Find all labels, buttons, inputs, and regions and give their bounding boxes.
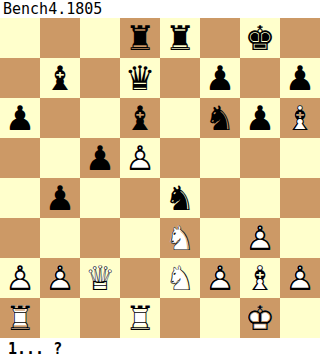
square-g4[interactable] [240,178,280,218]
square-g8[interactable]: ♚ [240,18,280,58]
white-knight[interactable]: ♘ [160,258,200,298]
square-b7[interactable]: ♝ [40,58,80,98]
square-b2[interactable]: ♟♙ [40,258,80,298]
square-d4[interactable] [120,178,160,218]
square-a8[interactable] [0,18,40,58]
square-a4[interactable] [0,178,40,218]
white-pawn[interactable]: ♙ [120,138,160,178]
square-h5[interactable] [280,138,320,178]
white-rook[interactable]: ♖ [0,298,40,338]
square-a3[interactable] [0,218,40,258]
white-bishop[interactable]: ♗ [240,258,280,298]
white-knight[interactable]: ♘ [160,218,200,258]
square-h7[interactable]: ♟ [280,58,320,98]
square-d1[interactable]: ♜♖ [120,298,160,338]
square-b3[interactable] [40,218,80,258]
square-c4[interactable] [80,178,120,218]
square-d3[interactable] [120,218,160,258]
white-pawn[interactable]: ♙ [280,258,320,298]
black-pawn[interactable]: ♟ [80,138,120,178]
square-h3[interactable] [280,218,320,258]
square-h1[interactable] [280,298,320,338]
position-title: Bench4.1805 [0,0,320,18]
square-f4[interactable] [200,178,240,218]
black-king[interactable]: ♚ [240,18,280,58]
square-e5[interactable] [160,138,200,178]
white-queen[interactable]: ♕ [80,258,120,298]
square-h8[interactable] [280,18,320,58]
square-f7[interactable]: ♟ [200,58,240,98]
white-pawn[interactable]: ♙ [240,218,280,258]
square-c8[interactable] [80,18,120,58]
square-c7[interactable] [80,58,120,98]
square-b6[interactable] [40,98,80,138]
black-bishop[interactable]: ♝ [40,58,80,98]
black-knight[interactable]: ♞ [200,98,240,138]
black-pawn[interactable]: ♟ [40,178,80,218]
square-d7[interactable]: ♛ [120,58,160,98]
square-e7[interactable] [160,58,200,98]
square-f1[interactable] [200,298,240,338]
square-d8[interactable]: ♜ [120,18,160,58]
black-pawn[interactable]: ♟ [0,98,40,138]
square-d2[interactable] [120,258,160,298]
square-b5[interactable] [40,138,80,178]
square-g2[interactable]: ♝♗ [240,258,280,298]
square-g7[interactable] [240,58,280,98]
square-b4[interactable]: ♟ [40,178,80,218]
black-pawn[interactable]: ♟ [280,58,320,98]
black-pawn[interactable]: ♟ [240,98,280,138]
square-e8[interactable]: ♜ [160,18,200,58]
black-rook[interactable]: ♜ [160,18,200,58]
white-rook[interactable]: ♖ [120,298,160,338]
square-h6[interactable]: ♝♗ [280,98,320,138]
square-c3[interactable] [80,218,120,258]
square-c1[interactable] [80,298,120,338]
square-g3[interactable]: ♟♙ [240,218,280,258]
square-f8[interactable] [200,18,240,58]
square-e6[interactable] [160,98,200,138]
square-a7[interactable] [0,58,40,98]
square-d5[interactable]: ♟♙ [120,138,160,178]
square-d6[interactable]: ♝ [120,98,160,138]
chess-board: ♜♜♚♝♛♟♟♟♝♞♟♝♗♟♟♙♟♞♞♘♟♙♟♙♟♙♛♕♞♘♟♙♝♗♟♙♜♖♜♖… [0,18,320,338]
square-a1[interactable]: ♜♖ [0,298,40,338]
square-e4[interactable]: ♞ [160,178,200,218]
white-pawn[interactable]: ♙ [200,258,240,298]
black-pawn[interactable]: ♟ [200,58,240,98]
square-b1[interactable] [40,298,80,338]
black-rook[interactable]: ♜ [120,18,160,58]
square-c2[interactable]: ♛♕ [80,258,120,298]
square-f5[interactable] [200,138,240,178]
square-c5[interactable]: ♟ [80,138,120,178]
square-g5[interactable] [240,138,280,178]
square-g6[interactable]: ♟ [240,98,280,138]
square-a6[interactable]: ♟ [0,98,40,138]
square-e1[interactable] [160,298,200,338]
square-f3[interactable] [200,218,240,258]
square-b8[interactable] [40,18,80,58]
square-h4[interactable] [280,178,320,218]
black-queen[interactable]: ♛ [120,58,160,98]
white-bishop[interactable]: ♗ [280,98,320,138]
white-king[interactable]: ♔ [240,298,280,338]
square-a2[interactable]: ♟♙ [0,258,40,298]
black-knight[interactable]: ♞ [160,178,200,218]
square-f6[interactable]: ♞ [200,98,240,138]
black-bishop[interactable]: ♝ [120,98,160,138]
square-e3[interactable]: ♞♘ [160,218,200,258]
move-prompt: 1... ? [0,338,320,360]
square-g1[interactable]: ♚♔ [240,298,280,338]
square-f2[interactable]: ♟♙ [200,258,240,298]
square-c6[interactable] [80,98,120,138]
square-e2[interactable]: ♞♘ [160,258,200,298]
white-pawn[interactable]: ♙ [0,258,40,298]
white-pawn[interactable]: ♙ [40,258,80,298]
square-a5[interactable] [0,138,40,178]
square-h2[interactable]: ♟♙ [280,258,320,298]
